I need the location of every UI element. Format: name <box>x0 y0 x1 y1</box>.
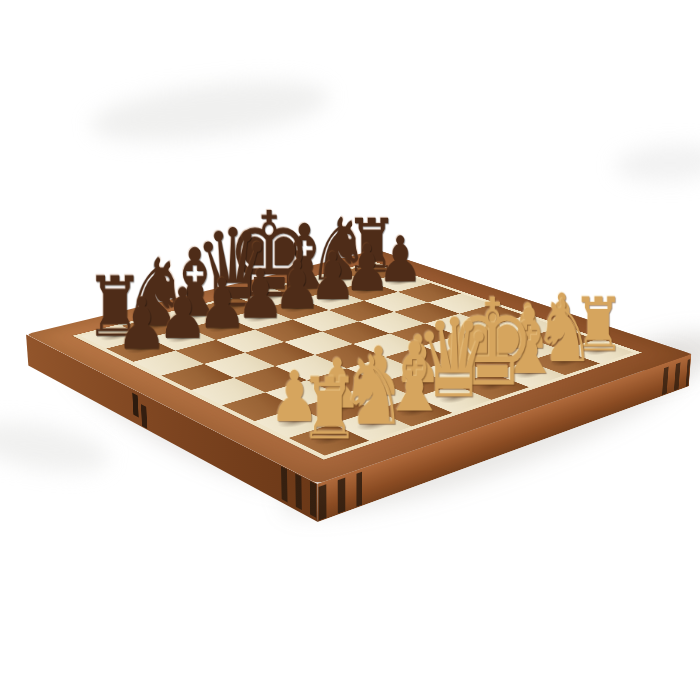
background-shadow-wisp <box>614 141 700 185</box>
piece-white-rook-a1[interactable]: ♜ <box>289 424 369 456</box>
background-shadow-wisp <box>0 413 113 481</box>
hinge-joint-inlay <box>132 393 138 418</box>
piece-black-pawn-a7[interactable]: ♟ <box>106 338 175 362</box>
chess-board: ♜♞♝♛♚♝♞♜♟♟♟♟♟♟♟♟♟♟♟♟♟♟♟♟♜♞♝♛♚♝♞♜ <box>26 250 691 484</box>
background-shadow-wisp <box>88 71 333 152</box>
chess-set-photo: ♜♞♝♛♚♝♞♜♟♟♟♟♟♟♟♟♟♟♟♟♟♟♟♟♜♞♝♛♚♝♞♜ <box>0 0 700 700</box>
